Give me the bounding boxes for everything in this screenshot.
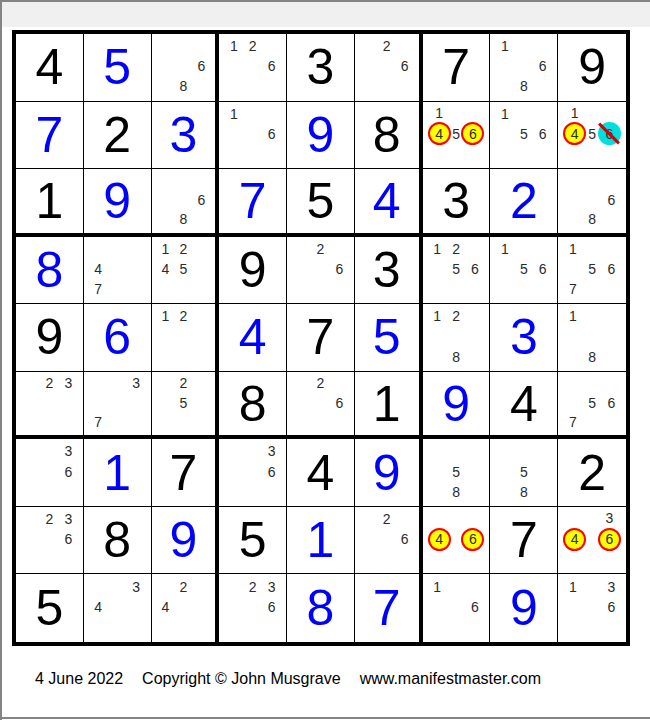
candidate-grid: 567	[563, 374, 621, 432]
cell-r5c2[interactable]: 6	[84, 304, 152, 372]
given-digit: 9	[219, 237, 286, 304]
candidate-2: 2	[378, 36, 396, 56]
candidate-grid: 1456	[563, 104, 621, 165]
cell-r2c7[interactable]: 1456	[423, 102, 491, 170]
cell-r1c1[interactable]: 4	[16, 34, 84, 102]
cell-r3c4[interactable]: 7	[219, 169, 287, 237]
given-digit: 2	[558, 439, 626, 506]
candidate-6: 6	[598, 122, 621, 145]
candidate-6: 6	[262, 124, 281, 144]
given-digit: 4	[287, 439, 354, 506]
cell-r2c9[interactable]: 1456	[558, 102, 626, 170]
candidate-8: 8	[514, 482, 533, 502]
candidate-2: 2	[447, 239, 466, 259]
candidate-6: 6	[192, 56, 210, 76]
cell-r8c8[interactable]: 7	[490, 507, 558, 575]
candidate-6: 6	[466, 259, 485, 279]
solved-digit: 9	[152, 507, 216, 574]
candidate-6: 6	[533, 259, 552, 279]
cell-r9c3[interactable]: 24	[152, 574, 220, 642]
solved-digit: 8	[16, 237, 83, 304]
candidate-1: 1	[428, 306, 447, 326]
candidate-2: 2	[174, 306, 192, 326]
given-digit: 3	[287, 34, 354, 101]
given-digit: 4	[16, 34, 83, 101]
candidate-8: 8	[447, 482, 466, 502]
candidate-8: 8	[174, 76, 192, 96]
cell-r2c8[interactable]: 156	[490, 102, 558, 170]
given-digit: 5	[219, 507, 286, 574]
given-digit: 7	[287, 304, 354, 371]
cell-r5c3[interactable]: 12	[152, 304, 220, 372]
given-digit: 8	[84, 507, 151, 574]
cell-r1c4[interactable]: 126	[219, 34, 287, 102]
candidate-grid: 68	[157, 36, 211, 97]
solved-digit: 9	[84, 169, 151, 233]
given-digit: 5	[287, 169, 354, 233]
given-digit: 3	[355, 237, 419, 304]
candidate-6: 6	[602, 190, 621, 209]
solved-digit: 9	[423, 372, 490, 436]
candidate-1: 1	[563, 104, 586, 123]
cell-r9c4[interactable]: 236	[219, 574, 287, 642]
candidate-6: 6	[59, 462, 78, 482]
candidate-3: 3	[59, 441, 78, 461]
cell-r6c9[interactable]: 567	[558, 372, 626, 440]
candidate-grid: 25	[157, 374, 211, 432]
cell-r6c4[interactable]: 8	[219, 372, 287, 440]
solved-digit: 1	[84, 439, 151, 506]
candidate-1: 1	[157, 239, 175, 259]
candidate-grid: 58	[495, 441, 552, 502]
cell-r5c9[interactable]: 18	[558, 304, 626, 372]
candidate-5: 5	[582, 259, 601, 279]
cell-r4c3[interactable]: 1245	[152, 237, 220, 305]
candidate-1: 1	[224, 36, 243, 56]
solved-digit: 3	[490, 304, 557, 371]
cell-r6c7[interactable]: 9	[423, 372, 491, 440]
candidate-6: 6	[262, 56, 281, 76]
cell-r6c1[interactable]: 23	[16, 372, 84, 440]
candidate-2: 2	[378, 509, 396, 529]
cell-r4c4[interactable]: 9	[219, 237, 287, 305]
cell-r3c2[interactable]: 9	[84, 169, 152, 237]
sudoku-board: 4568126326716897231698145615614561968754…	[12, 30, 630, 646]
candidate-4: 4	[563, 528, 586, 551]
candidate-3: 3	[127, 374, 146, 393]
solved-digit: 9	[490, 574, 557, 642]
candidate-5: 5	[447, 462, 466, 482]
candidate-2: 2	[40, 509, 59, 529]
candidate-3: 3	[602, 576, 621, 597]
solved-digit: 4	[355, 169, 419, 233]
candidate-1: 1	[428, 104, 451, 123]
cell-r6c6[interactable]: 1	[355, 372, 423, 440]
cell-r3c5[interactable]: 5	[287, 169, 355, 237]
cell-r4c7[interactable]: 1256	[423, 237, 491, 305]
given-digit: 8	[219, 372, 286, 436]
candidate-6: 6	[598, 528, 621, 551]
candidate-grid: 236	[21, 509, 78, 570]
candidate-6: 6	[602, 597, 621, 618]
solved-digit: 6	[84, 304, 151, 371]
candidate-2: 2	[174, 576, 192, 597]
candidate-grid: 37	[89, 374, 146, 432]
candidate-grid: 126	[224, 36, 281, 97]
candidate-2: 2	[40, 374, 59, 393]
cell-r8c6[interactable]: 26	[355, 507, 423, 575]
candidate-5: 5	[514, 462, 533, 482]
candidate-1: 1	[224, 104, 243, 124]
candidate-grid: 68	[563, 171, 621, 229]
candidate-grid: 16	[428, 576, 485, 638]
candidate-7: 7	[563, 279, 582, 299]
cell-r2c1[interactable]: 7	[16, 102, 84, 170]
cell-r3c9[interactable]: 68	[558, 169, 626, 237]
cell-r2c2[interactable]: 2	[84, 102, 152, 170]
candidate-4: 4	[157, 597, 175, 618]
cell-r4c6[interactable]: 3	[355, 237, 423, 305]
candidate-5: 5	[514, 259, 533, 279]
cell-r9c7[interactable]: 16	[423, 574, 491, 642]
candidate-1: 1	[563, 239, 582, 259]
cell-r2c3[interactable]: 3	[152, 102, 220, 170]
candidate-1: 1	[563, 306, 582, 326]
candidate-grid: 236	[224, 576, 281, 638]
cell-r5c8[interactable]: 3	[490, 304, 558, 372]
candidate-6: 6	[330, 393, 349, 412]
top-bar	[0, 0, 650, 27]
cell-r8c4[interactable]: 5	[219, 507, 287, 575]
candidate-3: 3	[127, 576, 146, 597]
cell-r4c1[interactable]: 8	[16, 237, 84, 305]
candidate-4: 4	[157, 259, 175, 279]
cell-r8c1[interactable]: 236	[16, 507, 84, 575]
given-digit: 8	[355, 102, 419, 169]
candidate-grid: 16	[224, 104, 281, 165]
candidate-6: 6	[262, 597, 281, 618]
cell-r9c6[interactable]: 7	[355, 574, 423, 642]
candidate-6: 6	[192, 190, 210, 209]
given-digit: 7	[490, 507, 557, 574]
footer-website-link[interactable]: www.manifestmaster.com	[360, 670, 541, 688]
candidate-3: 3	[59, 374, 78, 393]
candidate-grid: 26	[292, 239, 349, 300]
candidate-2: 2	[174, 239, 192, 259]
solved-digit: 2	[490, 169, 557, 233]
frame-left-edge	[0, 0, 2, 720]
candidate-8: 8	[174, 209, 192, 228]
candidate-2: 2	[447, 306, 466, 326]
cell-r3c8[interactable]: 2	[490, 169, 558, 237]
candidate-8: 8	[582, 209, 601, 228]
given-digit: 7	[152, 439, 216, 506]
cell-r9c8[interactable]: 9	[490, 574, 558, 642]
candidate-grid: 18	[563, 306, 621, 367]
cell-r3c7[interactable]: 3	[423, 169, 491, 237]
footer-copyright: Copyright © John Musgrave	[142, 670, 341, 688]
candidate-grid: 12	[157, 306, 211, 367]
cell-r5c4[interactable]: 4	[219, 304, 287, 372]
candidate-6: 6	[396, 529, 414, 549]
candidate-grid: 26	[292, 374, 349, 432]
cell-r8c9[interactable]: 346	[558, 507, 626, 575]
candidate-3: 3	[262, 441, 281, 461]
solved-digit: 9	[287, 102, 354, 169]
candidate-grid: 1245	[157, 239, 211, 300]
cell-r9c9[interactable]: 136	[558, 574, 626, 642]
footer: 4 June 2022 Copyright © John Musgrave ww…	[35, 670, 541, 688]
solved-digit: 4	[219, 304, 286, 371]
given-digit: 1	[355, 372, 419, 436]
candidate-1: 1	[428, 576, 447, 597]
candidate-5: 5	[586, 122, 598, 145]
candidate-grid: 156	[495, 239, 552, 300]
candidate-6: 6	[330, 259, 349, 279]
cell-r7c9[interactable]: 2	[558, 439, 626, 507]
cell-r3c3[interactable]: 68	[152, 169, 220, 237]
cell-r7c5[interactable]: 4	[287, 439, 355, 507]
candidate-6: 6	[396, 56, 414, 76]
candidate-grid: 128	[428, 306, 485, 367]
cell-r4c8[interactable]: 156	[490, 237, 558, 305]
given-digit: 9	[16, 304, 83, 371]
footer-date: 4 June 2022	[35, 670, 123, 688]
solved-digit: 9	[355, 439, 419, 506]
given-digit: 1	[16, 169, 83, 233]
candidate-5: 5	[447, 259, 466, 279]
cell-r3c1[interactable]: 1	[16, 169, 84, 237]
candidate-grid: 34	[89, 576, 146, 638]
candidate-5: 5	[514, 124, 533, 144]
candidate-1: 1	[157, 306, 175, 326]
candidate-5: 5	[451, 122, 462, 145]
candidate-6: 6	[533, 56, 552, 76]
cell-r7c8[interactable]: 58	[490, 439, 558, 507]
candidate-grid: 1456	[428, 104, 485, 165]
cell-r1c6[interactable]: 26	[355, 34, 423, 102]
cell-r5c1[interactable]: 9	[16, 304, 84, 372]
solved-digit: 1	[287, 507, 354, 574]
candidate-4: 4	[563, 122, 586, 145]
candidate-7: 7	[563, 412, 582, 431]
candidate-grid: 136	[563, 576, 621, 638]
cell-r7c7[interactable]: 58	[423, 439, 491, 507]
cell-r5c6[interactable]: 5	[355, 304, 423, 372]
candidate-5: 5	[174, 259, 192, 279]
candidate-grid: 36	[224, 441, 281, 502]
candidate-8: 8	[447, 347, 466, 367]
candidate-6: 6	[602, 259, 621, 279]
candidate-grid: 26	[360, 36, 414, 97]
cell-r8c5[interactable]: 1	[287, 507, 355, 575]
candidate-grid: 47	[89, 239, 146, 300]
candidate-grid: 156	[495, 104, 552, 165]
cell-r2c6[interactable]: 8	[355, 102, 423, 170]
cell-r6c2[interactable]: 37	[84, 372, 152, 440]
cell-r2c4[interactable]: 16	[219, 102, 287, 170]
candidate-8: 8	[514, 76, 533, 96]
solved-digit: 7	[16, 102, 83, 169]
candidate-6: 6	[602, 393, 621, 412]
cell-r1c5[interactable]: 3	[287, 34, 355, 102]
cell-r1c8[interactable]: 168	[490, 34, 558, 102]
candidate-5: 5	[582, 393, 601, 412]
cell-r4c5[interactable]: 26	[287, 237, 355, 305]
candidate-1: 1	[428, 239, 447, 259]
candidate-3: 3	[59, 509, 78, 529]
solved-digit: 7	[219, 169, 286, 233]
cell-r8c3[interactable]: 9	[152, 507, 220, 575]
candidate-grid: 68	[157, 171, 211, 229]
candidate-6: 6	[262, 462, 281, 482]
candidate-grid: 168	[495, 36, 552, 97]
candidate-grid: 26	[360, 509, 414, 570]
cell-r1c2[interactable]: 5	[84, 34, 152, 102]
candidate-1: 1	[495, 104, 514, 124]
candidate-grid: 23	[21, 374, 78, 432]
cell-r1c9[interactable]: 9	[558, 34, 626, 102]
frame-bottom-edge	[0, 717, 650, 719]
candidate-4: 4	[428, 528, 451, 551]
candidate-4: 4	[428, 122, 451, 145]
cell-r2c5[interactable]: 9	[287, 102, 355, 170]
candidate-grid: 58	[428, 441, 485, 502]
cell-r9c2[interactable]: 34	[84, 574, 152, 642]
candidate-8: 8	[582, 347, 601, 367]
cell-r7c6[interactable]: 9	[355, 439, 423, 507]
candidate-2: 2	[174, 374, 192, 393]
candidate-grid: 1256	[428, 239, 485, 300]
candidate-2: 2	[243, 36, 262, 56]
cell-r7c4[interactable]: 36	[219, 439, 287, 507]
cell-r5c7[interactable]: 128	[423, 304, 491, 372]
candidate-3: 3	[262, 576, 281, 597]
given-digit: 7	[423, 34, 490, 101]
candidate-7: 7	[89, 279, 108, 299]
solved-digit: 8	[287, 574, 354, 642]
candidate-2: 2	[243, 576, 262, 597]
given-digit: 3	[423, 169, 490, 233]
candidate-grid: 46	[428, 509, 485, 570]
cell-r9c1[interactable]: 5	[16, 574, 84, 642]
given-digit: 5	[16, 574, 83, 642]
candidate-grid: 1567	[563, 239, 621, 300]
cell-r8c2[interactable]: 8	[84, 507, 152, 575]
cell-r7c1[interactable]: 36	[16, 439, 84, 507]
cell-r5c5[interactable]: 7	[287, 304, 355, 372]
candidate-6: 6	[461, 528, 484, 551]
given-digit: 4	[490, 372, 557, 436]
candidate-grid: 24	[157, 576, 211, 638]
cell-r6c3[interactable]: 25	[152, 372, 220, 440]
candidate-2: 2	[311, 239, 330, 259]
cell-r7c3[interactable]: 7	[152, 439, 220, 507]
candidate-7: 7	[89, 412, 108, 431]
candidate-6: 6	[59, 529, 78, 549]
candidate-6: 6	[461, 122, 484, 145]
candidate-4: 4	[89, 259, 108, 279]
solved-digit: 5	[355, 304, 419, 371]
candidate-3: 3	[598, 509, 621, 528]
candidate-grid: 346	[563, 509, 621, 570]
cell-r1c3[interactable]: 68	[152, 34, 220, 102]
candidate-5: 5	[174, 393, 192, 412]
cell-r7c2[interactable]: 1	[84, 439, 152, 507]
solved-digit: 3	[152, 102, 216, 169]
cell-r6c8[interactable]: 4	[490, 372, 558, 440]
candidate-1: 1	[563, 576, 582, 597]
candidate-2: 2	[311, 374, 330, 393]
candidate-1: 1	[495, 239, 514, 259]
cell-r4c9[interactable]: 1567	[558, 237, 626, 305]
given-digit: 2	[84, 102, 151, 169]
candidate-6: 6	[533, 124, 552, 144]
cell-r9c5[interactable]: 8	[287, 574, 355, 642]
given-digit: 9	[558, 34, 626, 101]
cell-r4c2[interactable]: 47	[84, 237, 152, 305]
candidate-grid: 36	[21, 441, 78, 502]
candidate-6: 6	[466, 597, 485, 618]
solved-digit: 7	[355, 574, 419, 642]
cell-r1c7[interactable]: 7	[423, 34, 491, 102]
cell-r3c6[interactable]: 4	[355, 169, 423, 237]
cell-r6c5[interactable]: 26	[287, 372, 355, 440]
cell-r8c7[interactable]: 46	[423, 507, 491, 575]
candidate-4: 4	[89, 597, 108, 618]
solved-digit: 5	[84, 34, 151, 101]
candidate-1: 1	[495, 36, 514, 56]
